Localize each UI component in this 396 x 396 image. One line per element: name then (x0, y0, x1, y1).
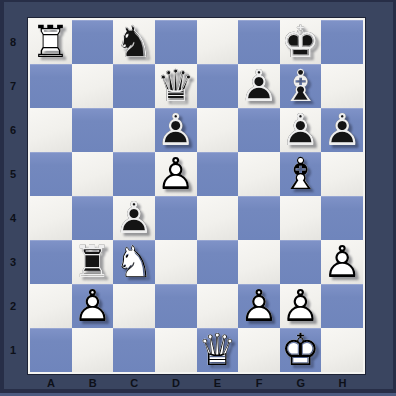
piece-black-pawn-c4[interactable]: ♟♙ (113, 196, 155, 240)
square-d8[interactable] (155, 20, 197, 64)
piece-black-knight-c8[interactable]: ♞♘ (113, 20, 155, 64)
square-a5[interactable] (30, 152, 72, 196)
white-pawn-outline-icon: ♙ (321, 240, 363, 284)
square-h7[interactable] (321, 64, 363, 108)
white-bishop-outline-icon: ♗ (280, 152, 322, 196)
black-pawn-icon: ♟ (321, 108, 363, 152)
square-c6[interactable] (113, 108, 155, 152)
white-pawn-icon: ♟ (238, 284, 280, 328)
file-label-g: G (280, 376, 322, 390)
file-label-d: D (155, 376, 197, 390)
rank-label-3: 3 (0, 240, 26, 284)
square-g3[interactable] (280, 240, 322, 284)
white-rook-outline-icon: ♖ (30, 20, 72, 64)
piece-black-pawn-f7[interactable]: ♟♙ (238, 64, 280, 108)
black-pawn-outline-icon: ♙ (113, 196, 155, 240)
square-a8[interactable]: ♜♖ (30, 20, 72, 64)
rank-label-8: 8 (0, 20, 26, 64)
black-rook-icon: ♜ (72, 240, 114, 284)
white-pawn-icon: ♟ (72, 284, 114, 328)
white-king-icon: ♚ (280, 328, 322, 372)
white-bishop-icon: ♝ (280, 152, 322, 196)
piece-black-queen-d7[interactable]: ♛♕ (155, 64, 197, 108)
square-h4[interactable] (321, 196, 363, 240)
square-a6[interactable] (30, 108, 72, 152)
square-c5[interactable] (113, 152, 155, 196)
piece-white-king-g1[interactable]: ♚♔ (280, 328, 322, 372)
square-f7[interactable]: ♟♙ (238, 64, 280, 108)
square-f4[interactable] (238, 196, 280, 240)
rank-label-5: 5 (0, 152, 26, 196)
square-b4[interactable] (72, 196, 114, 240)
square-e8[interactable] (197, 20, 239, 64)
square-e1[interactable]: ♛♕ (197, 328, 239, 372)
square-e2[interactable] (197, 284, 239, 328)
white-knight-icon: ♞ (113, 240, 155, 284)
white-pawn-outline-icon: ♙ (238, 284, 280, 328)
piece-black-pawn-d6[interactable]: ♟♙ (155, 108, 197, 152)
square-e6[interactable] (197, 108, 239, 152)
square-c4[interactable]: ♟♙ (113, 196, 155, 240)
rank-label-7: 7 (0, 64, 26, 108)
square-h5[interactable] (321, 152, 363, 196)
square-a2[interactable] (30, 284, 72, 328)
square-e3[interactable] (197, 240, 239, 284)
square-c2[interactable] (113, 284, 155, 328)
square-b8[interactable] (72, 20, 114, 64)
file-label-f: F (238, 376, 280, 390)
square-g7[interactable]: ♝♗ (280, 64, 322, 108)
square-c1[interactable] (113, 328, 155, 372)
white-queen-icon: ♛ (197, 328, 239, 372)
piece-white-pawn-b2[interactable]: ♟♙ (72, 284, 114, 328)
black-pawn-icon: ♟ (155, 108, 197, 152)
square-e5[interactable] (197, 152, 239, 196)
file-label-a: A (30, 376, 72, 390)
black-pawn-outline-icon: ♙ (238, 64, 280, 108)
square-b3[interactable]: ♜♖ (72, 240, 114, 284)
black-knight-icon: ♞ (113, 20, 155, 64)
black-bishop-icon: ♝ (280, 64, 322, 108)
square-g2[interactable]: ♟♙ (280, 284, 322, 328)
rank-label-6: 6 (0, 108, 26, 152)
piece-white-pawn-g2[interactable]: ♟♙ (280, 284, 322, 328)
black-pawn-outline-icon: ♙ (155, 108, 197, 152)
white-pawn-outline-icon: ♙ (280, 284, 322, 328)
black-king-outline-icon: ♔ (280, 20, 322, 64)
square-c3[interactable]: ♞♘ (113, 240, 155, 284)
white-queen-outline-icon: ♕ (197, 328, 239, 372)
piece-white-rook-a8[interactable]: ♜♖ (30, 20, 72, 64)
square-d3[interactable] (155, 240, 197, 284)
white-pawn-icon: ♟ (155, 152, 197, 196)
file-label-c: C (113, 376, 155, 390)
square-f1[interactable] (238, 328, 280, 372)
rank-label-4: 4 (0, 196, 26, 240)
black-queen-outline-icon: ♕ (155, 64, 197, 108)
square-a4[interactable] (30, 196, 72, 240)
square-b5[interactable] (72, 152, 114, 196)
square-d2[interactable] (155, 284, 197, 328)
square-h3[interactable]: ♟♙ (321, 240, 363, 284)
square-g6[interactable]: ♟♙ (280, 108, 322, 152)
white-pawn-icon: ♟ (321, 240, 363, 284)
square-b2[interactable]: ♟♙ (72, 284, 114, 328)
white-rook-icon: ♜ (30, 20, 72, 64)
square-a7[interactable] (30, 64, 72, 108)
square-g8[interactable]: ♚♔ (280, 20, 322, 64)
black-knight-outline-icon: ♘ (113, 20, 155, 64)
black-queen-icon: ♛ (155, 64, 197, 108)
file-label-e: E (197, 376, 239, 390)
black-bishop-outline-icon: ♗ (280, 64, 322, 108)
square-f2[interactable]: ♟♙ (238, 284, 280, 328)
square-e4[interactable] (197, 196, 239, 240)
file-label-b: B (72, 376, 114, 390)
square-d4[interactable] (155, 196, 197, 240)
piece-black-pawn-g6[interactable]: ♟♙ (280, 108, 322, 152)
chess-board: ♜♖♞♘♚♔♛♕♟♙♝♗♟♙♟♙♟♙♟♙♝♗♟♙♜♖♞♘♟♙♟♙♟♙♟♙♛♕♚♔ (30, 20, 363, 372)
square-g4[interactable] (280, 196, 322, 240)
piece-black-king-g8[interactable]: ♚♔ (280, 20, 322, 64)
square-a3[interactable] (30, 240, 72, 284)
square-c7[interactable] (113, 64, 155, 108)
piece-black-rook-b3[interactable]: ♜♖ (72, 240, 114, 284)
white-knight-outline-icon: ♘ (113, 240, 155, 284)
piece-black-pawn-h6[interactable]: ♟♙ (321, 108, 363, 152)
square-h2[interactable] (321, 284, 363, 328)
square-f5[interactable] (238, 152, 280, 196)
piece-white-queen-e1[interactable]: ♛♕ (197, 328, 239, 372)
square-a1[interactable] (30, 328, 72, 372)
square-c8[interactable]: ♞♘ (113, 20, 155, 64)
black-pawn-outline-icon: ♙ (321, 108, 363, 152)
black-pawn-outline-icon: ♙ (280, 108, 322, 152)
white-pawn-icon: ♟ (280, 284, 322, 328)
chess-board-frame: 87654321 ABCDEFGH ♜♖♞♘♚♔♛♕♟♙♝♗♟♙♟♙♟♙♟♙♝♗… (0, 0, 396, 396)
square-b1[interactable] (72, 328, 114, 372)
square-d5[interactable]: ♟♙ (155, 152, 197, 196)
square-h6[interactable]: ♟♙ (321, 108, 363, 152)
square-h1[interactable] (321, 328, 363, 372)
file-label-h: H (321, 376, 363, 390)
square-f3[interactable] (238, 240, 280, 284)
piece-white-pawn-f2[interactable]: ♟♙ (238, 284, 280, 328)
black-rook-outline-icon: ♖ (72, 240, 114, 284)
square-d7[interactable]: ♛♕ (155, 64, 197, 108)
square-e7[interactable] (197, 64, 239, 108)
white-king-outline-icon: ♔ (280, 328, 322, 372)
square-h8[interactable] (321, 20, 363, 64)
black-pawn-icon: ♟ (280, 108, 322, 152)
white-pawn-outline-icon: ♙ (155, 152, 197, 196)
square-g1[interactable]: ♚♔ (280, 328, 322, 372)
square-b6[interactable] (72, 108, 114, 152)
piece-white-knight-c3[interactable]: ♞♘ (113, 240, 155, 284)
rank-label-1: 1 (0, 328, 26, 372)
piece-white-pawn-d5[interactable]: ♟♙ (155, 152, 197, 196)
piece-white-bishop-g5[interactable]: ♝♗ (280, 152, 322, 196)
board-border: ♜♖♞♘♚♔♛♕♟♙♝♗♟♙♟♙♟♙♟♙♝♗♟♙♜♖♞♘♟♙♟♙♟♙♟♙♛♕♚♔ (28, 18, 365, 374)
black-pawn-icon: ♟ (113, 196, 155, 240)
piece-white-pawn-h3[interactable]: ♟♙ (321, 240, 363, 284)
square-f8[interactable] (238, 20, 280, 64)
black-king-icon: ♚ (280, 20, 322, 64)
square-b7[interactable] (72, 64, 114, 108)
square-d1[interactable] (155, 328, 197, 372)
black-pawn-icon: ♟ (238, 64, 280, 108)
square-f6[interactable] (238, 108, 280, 152)
piece-black-bishop-g7[interactable]: ♝♗ (280, 64, 322, 108)
square-g5[interactable]: ♝♗ (280, 152, 322, 196)
square-d6[interactable]: ♟♙ (155, 108, 197, 152)
white-pawn-outline-icon: ♙ (72, 284, 114, 328)
rank-label-2: 2 (0, 284, 26, 328)
